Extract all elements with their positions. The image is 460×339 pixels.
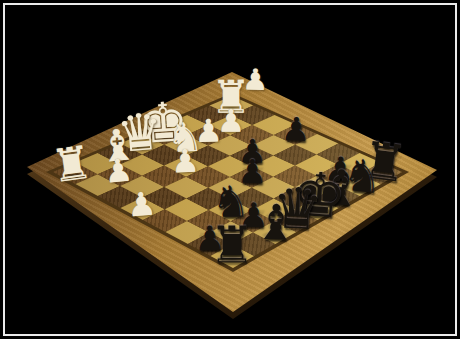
black-rook-a8: ♜ (210, 221, 255, 272)
white-pawn-a4: ♟ (126, 187, 157, 222)
chessboard-photo: ♜♝♛♚♜♟♞♟♟♟♟♟♟♟♟♞♞♟♟♟♟♟♟♜♜♝♝♛♛♚♚♝♝♞♞♜♜♟ (0, 0, 460, 339)
white-pawn-d3: ♟ (171, 145, 201, 178)
white-pawn-b2: ♟ (103, 154, 134, 188)
black-pawn-h4: ♟ (281, 113, 312, 147)
white-rook-a1: ♜ (49, 140, 96, 191)
black-bishop-c8: ♝ (253, 198, 298, 248)
pieces-layer: ♜♝♛♚♜♟♞♟♟♟♟♟♟♟♟♞♞♟♟♟♟♟♟♜♜♝♝♛♛♚♚♝♝♞♞♜♜♟ (0, 0, 460, 339)
